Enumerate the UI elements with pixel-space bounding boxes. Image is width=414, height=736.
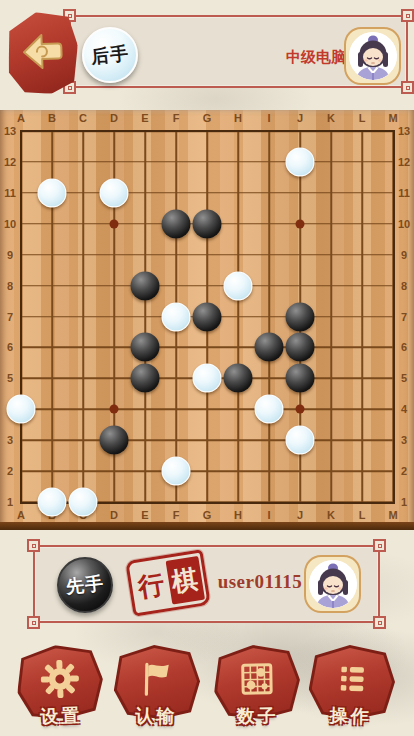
column-label-top: M <box>388 112 397 124</box>
column-label-bottom: J <box>297 509 303 521</box>
stone-black <box>193 302 222 331</box>
stone-white <box>162 457 191 486</box>
stone-black <box>255 333 284 362</box>
column-label-top: L <box>359 112 366 124</box>
column-label-top: E <box>141 112 148 124</box>
stone-black <box>131 271 160 300</box>
stone-black <box>286 333 315 362</box>
row-label-right: 12 <box>398 156 410 168</box>
column-label-top: I <box>267 112 270 124</box>
frame-corner-ornament <box>27 539 40 552</box>
stone-white <box>286 147 315 176</box>
count-button[interactable]: 数子 <box>213 644 300 719</box>
opponent-stone-label: 后手 <box>90 41 130 69</box>
row-label-right: 8 <box>401 280 407 292</box>
go-board[interactable]: AABBCCDDEEFFGGHHIIJJKKLLMM13131212111110… <box>0 110 414 530</box>
player-avatar <box>304 555 361 613</box>
row-label-left: 1 <box>7 496 13 508</box>
resign-button[interactable]: 认输 <box>113 644 200 719</box>
gear-icon <box>39 658 80 702</box>
column-label-bottom: D <box>110 509 118 521</box>
column-label-top: K <box>327 112 335 124</box>
frame-corner-ornament <box>373 616 386 629</box>
row-label-left: 13 <box>4 125 16 137</box>
stone-white <box>162 302 191 331</box>
actions-label: 操作 <box>307 702 394 729</box>
stone-white <box>286 426 315 455</box>
stone-white <box>224 271 253 300</box>
flag-icon <box>137 659 178 703</box>
stone-white <box>100 178 129 207</box>
column-label-bottom: E <box>141 509 148 521</box>
player-stone-label: 先手 <box>65 571 105 599</box>
column-label-bottom: M <box>388 509 397 521</box>
row-label-left: 11 <box>4 187 16 199</box>
stone-black <box>100 426 129 455</box>
row-label-left: 9 <box>7 249 13 261</box>
row-label-left: 6 <box>7 341 13 353</box>
frame-corner-ornament <box>401 81 414 94</box>
settings-button[interactable]: 设置 <box>16 644 105 721</box>
column-label-bottom: L <box>359 509 366 521</box>
row-label-right: 9 <box>401 249 407 261</box>
stone-white <box>38 488 67 517</box>
frame-corner-ornament <box>27 616 40 629</box>
back-button[interactable] <box>7 11 80 95</box>
resign-label: 认输 <box>113 703 199 728</box>
turn-stamp-char-1: 行 <box>131 561 170 610</box>
actions-button[interactable]: 操作 <box>308 644 397 721</box>
row-label-right: 7 <box>401 311 407 323</box>
column-label-bottom: G <box>203 509 212 521</box>
stone-white <box>255 395 284 424</box>
stone-black <box>162 209 191 238</box>
column-label-top: J <box>297 112 303 124</box>
row-label-left: 7 <box>7 311 13 323</box>
avatar-portrait <box>309 560 357 608</box>
player-stone-black: 先手 <box>57 557 113 613</box>
row-label-left: 5 <box>7 372 13 384</box>
stone-white <box>38 178 67 207</box>
star-point <box>110 405 119 414</box>
avatar-portrait <box>349 32 397 80</box>
star-point <box>296 219 305 228</box>
column-label-top: B <box>48 112 56 124</box>
turn-stamp-char-2: 棋 <box>165 556 204 605</box>
star-point <box>296 405 305 414</box>
row-label-left: 2 <box>7 465 13 477</box>
row-label-right: 1 <box>401 496 407 508</box>
opponent-stone-white: 后手 <box>82 27 138 83</box>
stone-black <box>224 364 253 393</box>
column-label-bottom: A <box>17 509 25 521</box>
opponent-avatar <box>344 27 401 85</box>
column-label-bottom: H <box>234 509 242 521</box>
stone-black <box>286 364 315 393</box>
frame-corner-ornament <box>373 539 386 552</box>
row-label-left: 3 <box>7 434 13 446</box>
column-label-bottom: F <box>173 509 180 521</box>
player-name: user01115 <box>212 571 308 593</box>
count-label: 数子 <box>214 703 300 728</box>
stone-black <box>131 333 160 362</box>
frame-corner-ornament <box>401 9 414 22</box>
star-point <box>110 219 119 228</box>
column-label-top: C <box>79 112 87 124</box>
row-label-right: 3 <box>401 434 407 446</box>
column-label-bottom: I <box>267 509 270 521</box>
stone-black <box>193 209 222 238</box>
count-board-icon <box>237 659 278 703</box>
column-label-bottom: K <box>327 509 335 521</box>
stone-white <box>69 488 98 517</box>
column-label-top: G <box>203 112 212 124</box>
row-label-right: 10 <box>398 218 410 230</box>
column-label-top: D <box>110 112 118 124</box>
opponent-name: 中级电脑 <box>262 48 346 67</box>
stone-white <box>193 364 222 393</box>
row-label-right: 4 <box>401 403 407 415</box>
column-label-top: F <box>173 112 180 124</box>
list-icon <box>331 658 372 702</box>
row-label-right: 6 <box>401 341 407 353</box>
row-label-left: 12 <box>4 156 16 168</box>
stone-white <box>7 395 36 424</box>
row-label-left: 8 <box>7 280 13 292</box>
row-label-right: 5 <box>401 372 407 384</box>
stone-black <box>286 302 315 331</box>
column-label-top: H <box>234 112 242 124</box>
row-label-right: 11 <box>398 187 410 199</box>
settings-label: 设置 <box>18 702 105 729</box>
row-label-left: 10 <box>4 218 16 230</box>
row-label-right: 13 <box>398 125 410 137</box>
row-label-right: 2 <box>401 465 407 477</box>
stone-black <box>131 364 160 393</box>
column-label-top: A <box>17 112 25 124</box>
